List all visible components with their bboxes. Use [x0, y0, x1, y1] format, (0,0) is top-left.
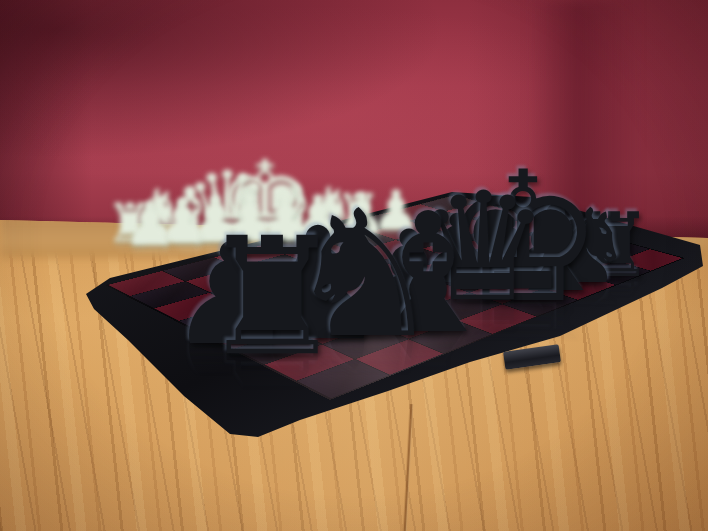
photo-scene: ♜♞♝♚♛♝♞♜♟♟♟♟♟♟♟♟♟♟♟♟♟♟♟♟♜♞♝♚♛♝♞♜	[0, 0, 708, 531]
pieces-layer: ♜♞♝♚♛♝♞♜♟♟♟♟♟♟♟♟♟♟♟♟♟♟♟♟♜♞♝♚♛♝♞♜	[0, 0, 708, 531]
black-rook-h8: ♜	[199, 216, 344, 378]
